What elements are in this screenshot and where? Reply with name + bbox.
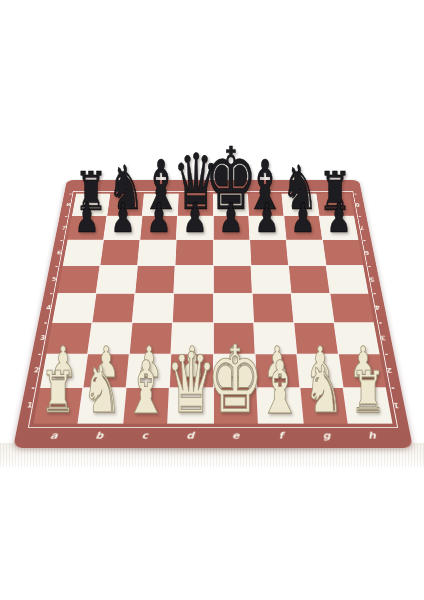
piece-white-bishop-f1[interactable]: ♝ bbox=[257, 351, 302, 424]
square-g4[interactable] bbox=[291, 293, 333, 322]
piece-black-pawn-c7[interactable]: ♟ bbox=[146, 199, 171, 240]
piece-black-pawn-b7[interactable]: ♟ bbox=[110, 199, 135, 240]
square-b6[interactable] bbox=[100, 240, 139, 265]
chess-photo-scene: abcdefgh 12345678 12345678 ♜♞♝♛♚♝♞♜♟♟♟♟♟… bbox=[0, 0, 424, 600]
square-d4[interactable] bbox=[173, 293, 212, 322]
square-c4[interactable] bbox=[133, 293, 174, 322]
piece-black-pawn-d7[interactable]: ♟ bbox=[183, 199, 208, 240]
square-g5[interactable] bbox=[289, 266, 330, 293]
square-e5[interactable] bbox=[213, 266, 251, 293]
square-c6[interactable] bbox=[138, 240, 176, 265]
square-f6[interactable] bbox=[250, 240, 288, 265]
square-h5[interactable] bbox=[326, 266, 368, 293]
file-label-c: c bbox=[122, 430, 168, 442]
square-h4[interactable] bbox=[330, 293, 373, 322]
square-a6[interactable] bbox=[63, 240, 103, 265]
piece-white-rook-h1[interactable]: ♜ bbox=[351, 364, 386, 421]
piece-white-rook-a1[interactable]: ♜ bbox=[40, 364, 75, 421]
square-f5[interactable] bbox=[251, 266, 290, 293]
file-label-f: f bbox=[258, 430, 304, 442]
square-g6[interactable] bbox=[286, 240, 325, 265]
file-label-h: h bbox=[349, 430, 396, 442]
square-b4[interactable] bbox=[93, 293, 135, 322]
square-b5[interactable] bbox=[97, 266, 138, 293]
square-e4[interactable] bbox=[213, 293, 252, 322]
file-label-a: a bbox=[30, 430, 77, 442]
piece-black-pawn-h7[interactable]: ♟ bbox=[327, 199, 352, 240]
piece-white-bishop-c1[interactable]: ♝ bbox=[124, 351, 169, 424]
square-d5[interactable] bbox=[175, 266, 213, 293]
square-d6[interactable] bbox=[176, 240, 213, 265]
square-c5[interactable] bbox=[136, 266, 175, 293]
piece-white-knight-b1[interactable]: ♞ bbox=[82, 358, 122, 423]
file-label-g: g bbox=[303, 430, 350, 442]
square-f4[interactable] bbox=[252, 293, 293, 322]
piece-white-king-e1[interactable]: ♚ bbox=[207, 334, 264, 427]
piece-black-pawn-a7[interactable]: ♟ bbox=[74, 199, 99, 240]
square-a5[interactable] bbox=[58, 266, 100, 293]
piece-black-pawn-f7[interactable]: ♟ bbox=[255, 199, 280, 240]
piece-white-knight-g1[interactable]: ♞ bbox=[304, 358, 344, 423]
square-h6[interactable] bbox=[323, 240, 363, 265]
piece-black-pawn-g7[interactable]: ♟ bbox=[291, 199, 316, 240]
piece-black-pawn-e7[interactable]: ♟ bbox=[219, 199, 244, 240]
square-e6[interactable] bbox=[213, 240, 250, 265]
file-label-b: b bbox=[76, 430, 123, 442]
square-a4[interactable] bbox=[52, 293, 95, 322]
